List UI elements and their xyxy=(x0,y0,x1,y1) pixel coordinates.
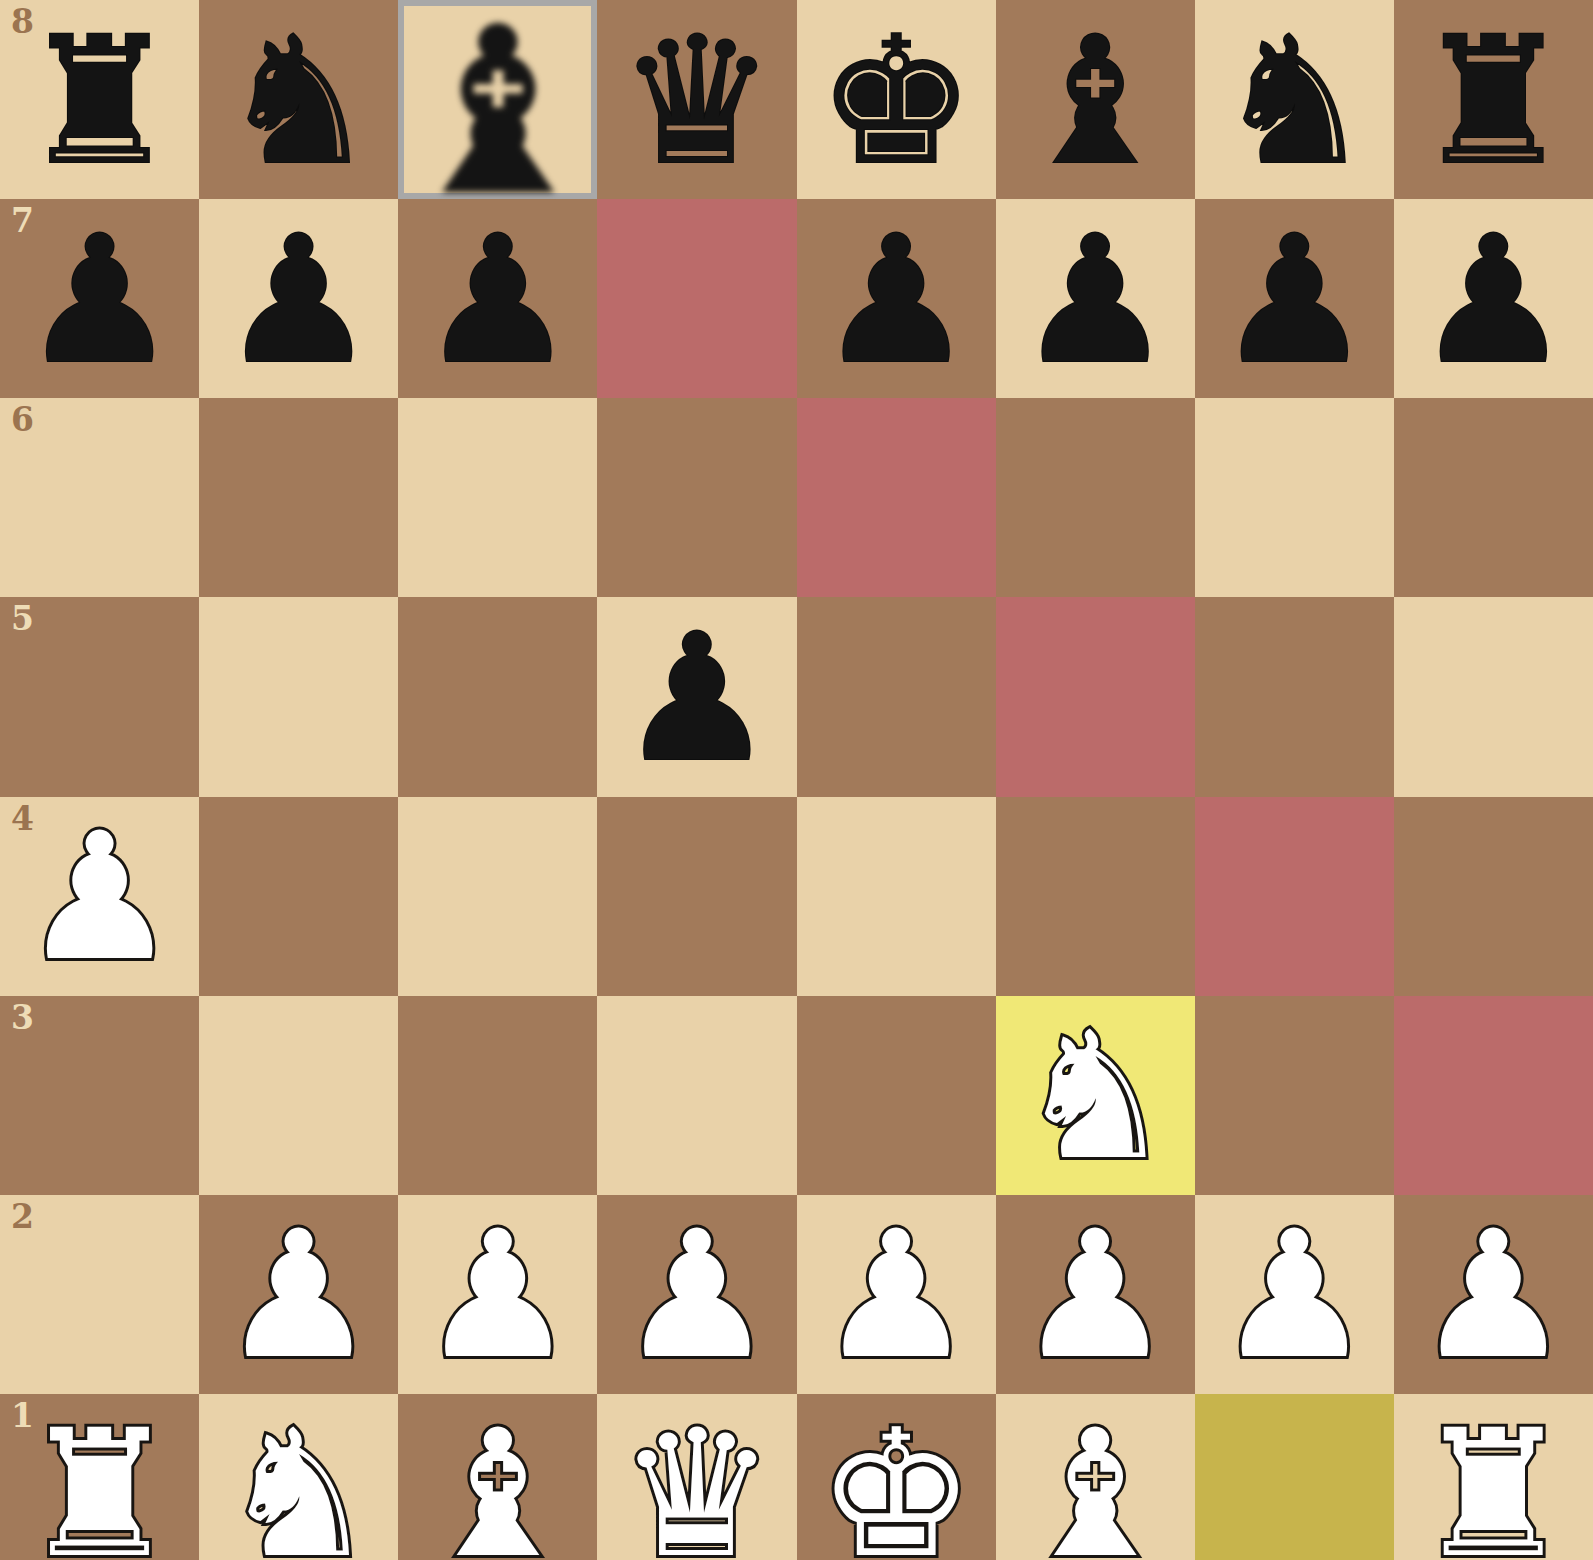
square-h3[interactable] xyxy=(1394,996,1593,1195)
square-e4[interactable] xyxy=(797,797,996,996)
white-pawn[interactable]: ♟ xyxy=(1215,1208,1373,1384)
square-f3[interactable]: ♞ xyxy=(996,996,1195,1195)
square-g1[interactable] xyxy=(1195,1394,1394,1560)
black-queen[interactable]: ♛ xyxy=(618,14,776,190)
square-a2[interactable]: 2 xyxy=(0,1195,199,1394)
square-a1[interactable]: 1♜ xyxy=(0,1394,199,1560)
white-pawn[interactable]: ♟ xyxy=(1016,1208,1174,1384)
black-pawn[interactable]: ♟ xyxy=(220,213,378,389)
white-pawn[interactable]: ♟ xyxy=(21,810,179,986)
square-b7[interactable]: ♟ xyxy=(199,199,398,398)
black-pawn[interactable]: ♟ xyxy=(618,611,776,787)
black-pawn[interactable]: ♟ xyxy=(1016,213,1174,389)
square-d2[interactable]: ♟ xyxy=(597,1195,796,1394)
square-b2[interactable]: ♟ xyxy=(199,1195,398,1394)
square-b4[interactable] xyxy=(199,797,398,996)
rank-label-3: 3 xyxy=(11,1001,34,1034)
black-rook[interactable]: ♜ xyxy=(21,14,179,190)
square-b3[interactable] xyxy=(199,996,398,1195)
white-queen[interactable]: ♛ xyxy=(618,1407,776,1560)
square-b8[interactable]: ♞ xyxy=(199,0,398,199)
black-pawn[interactable]: ♟ xyxy=(1215,213,1373,389)
square-g8[interactable]: ♞ xyxy=(1195,0,1394,199)
square-a6[interactable]: 6 xyxy=(0,398,199,597)
rank-label-4: 4 xyxy=(11,802,34,835)
square-g4[interactable] xyxy=(1195,797,1394,996)
black-knight[interactable]: ♞ xyxy=(1215,14,1373,190)
square-e8[interactable]: ♚ xyxy=(797,0,996,199)
black-pawn[interactable]: ♟ xyxy=(21,213,179,389)
square-f2[interactable]: ♟ xyxy=(996,1195,1195,1394)
black-king[interactable]: ♚ xyxy=(817,14,975,190)
square-c5[interactable] xyxy=(398,597,597,796)
black-knight[interactable]: ♞ xyxy=(220,14,378,190)
board-viewport: 8♜♞♝♛♚♝♞♜7♟♟♟♟♟♟♟65♟4♟3♞2♟♟♟♟♟♟♟1♜♞♝♛♚♝♜ xyxy=(0,0,1593,1560)
square-g7[interactable]: ♟ xyxy=(1195,199,1394,398)
square-a3[interactable]: 3 xyxy=(0,996,199,1195)
square-h4[interactable] xyxy=(1394,797,1593,996)
white-pawn[interactable]: ♟ xyxy=(817,1208,975,1384)
square-e6[interactable] xyxy=(797,398,996,597)
square-h6[interactable] xyxy=(1394,398,1593,597)
square-h8[interactable]: ♜ xyxy=(1394,0,1593,199)
square-a8[interactable]: 8♜ xyxy=(0,0,199,199)
square-e3[interactable] xyxy=(797,996,996,1195)
black-pawn[interactable]: ♟ xyxy=(1415,213,1573,389)
white-knight[interactable]: ♞ xyxy=(1016,1009,1174,1185)
square-d7[interactable] xyxy=(597,199,796,398)
black-bishop[interactable]: ♝ xyxy=(395,0,600,227)
square-e1[interactable]: ♚ xyxy=(797,1394,996,1560)
rank-label-8: 8 xyxy=(11,5,34,38)
square-d3[interactable] xyxy=(597,996,796,1195)
rank-label-6: 6 xyxy=(11,403,34,436)
white-knight[interactable]: ♞ xyxy=(220,1407,378,1560)
square-g2[interactable]: ♟ xyxy=(1195,1195,1394,1394)
square-g5[interactable] xyxy=(1195,597,1394,796)
chess-board: 8♜♞♝♛♚♝♞♜7♟♟♟♟♟♟♟65♟4♟3♞2♟♟♟♟♟♟♟1♜♞♝♛♚♝♜ xyxy=(0,0,1593,1560)
square-b5[interactable] xyxy=(199,597,398,796)
square-b1[interactable]: ♞ xyxy=(199,1394,398,1560)
rank-label-2: 2 xyxy=(11,1200,34,1233)
square-h5[interactable] xyxy=(1394,597,1593,796)
square-a5[interactable]: 5 xyxy=(0,597,199,796)
white-pawn[interactable]: ♟ xyxy=(1415,1208,1573,1384)
square-f4[interactable] xyxy=(996,797,1195,996)
white-rook[interactable]: ♜ xyxy=(21,1407,179,1560)
square-c3[interactable] xyxy=(398,996,597,1195)
square-h2[interactable]: ♟ xyxy=(1394,1195,1593,1394)
square-c1[interactable]: ♝ xyxy=(398,1394,597,1560)
square-c4[interactable] xyxy=(398,797,597,996)
square-h7[interactable]: ♟ xyxy=(1394,199,1593,398)
square-e7[interactable]: ♟ xyxy=(797,199,996,398)
square-b6[interactable] xyxy=(199,398,398,597)
white-pawn[interactable]: ♟ xyxy=(220,1208,378,1384)
white-pawn[interactable]: ♟ xyxy=(618,1208,776,1384)
square-d1[interactable]: ♛ xyxy=(597,1394,796,1560)
white-bishop[interactable]: ♝ xyxy=(1016,1407,1174,1560)
square-d6[interactable] xyxy=(597,398,796,597)
rank-label-5: 5 xyxy=(11,602,34,635)
square-c8[interactable]: ♝ xyxy=(398,0,597,199)
square-a4[interactable]: 4♟ xyxy=(0,797,199,996)
white-pawn[interactable]: ♟ xyxy=(419,1208,577,1384)
square-f5[interactable] xyxy=(996,597,1195,796)
square-d8[interactable]: ♛ xyxy=(597,0,796,199)
square-f1[interactable]: ♝ xyxy=(996,1394,1195,1560)
white-rook[interactable]: ♜ xyxy=(1415,1407,1573,1560)
square-c2[interactable]: ♟ xyxy=(398,1195,597,1394)
square-c6[interactable] xyxy=(398,398,597,597)
black-bishop[interactable]: ♝ xyxy=(1016,14,1174,190)
white-king[interactable]: ♚ xyxy=(817,1407,975,1560)
square-d5[interactable]: ♟ xyxy=(597,597,796,796)
black-rook[interactable]: ♜ xyxy=(1415,14,1573,190)
square-e2[interactable]: ♟ xyxy=(797,1195,996,1394)
black-pawn[interactable]: ♟ xyxy=(817,213,975,389)
square-f6[interactable] xyxy=(996,398,1195,597)
rank-label-7: 7 xyxy=(11,204,34,237)
square-e5[interactable] xyxy=(797,597,996,796)
square-f8[interactable]: ♝ xyxy=(996,0,1195,199)
square-g3[interactable] xyxy=(1195,996,1394,1195)
rank-label-1: 1 xyxy=(11,1399,34,1432)
white-bishop[interactable]: ♝ xyxy=(419,1407,577,1560)
square-d4[interactable] xyxy=(597,797,796,996)
square-a7[interactable]: 7♟ xyxy=(0,199,199,398)
square-g6[interactable] xyxy=(1195,398,1394,597)
square-f7[interactable]: ♟ xyxy=(996,199,1195,398)
square-h1[interactable]: ♜ xyxy=(1394,1394,1593,1560)
